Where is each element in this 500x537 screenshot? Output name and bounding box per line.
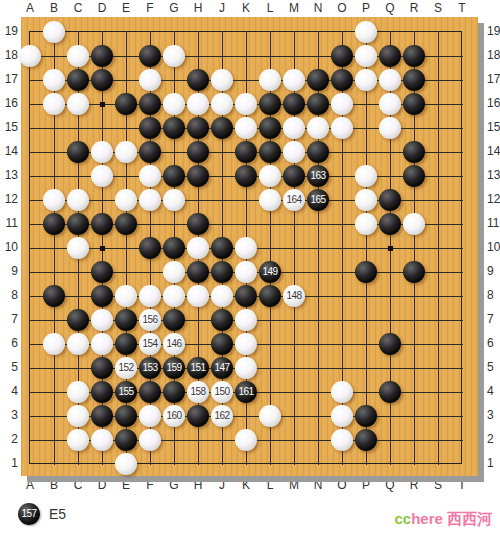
- stone-K8: [235, 285, 257, 307]
- coord-top-G: G: [162, 1, 186, 15]
- stone-F8: [139, 285, 161, 307]
- stone-F3: [139, 405, 161, 427]
- stone-H4: 158: [187, 381, 209, 403]
- star-point-D10: [100, 246, 105, 251]
- stone-E14: [115, 141, 137, 163]
- stone-M15: [283, 117, 305, 139]
- stone-M12: 164: [283, 189, 305, 211]
- watermark-here: here: [411, 510, 443, 527]
- stone-G12: [163, 189, 185, 211]
- stone-H5: 151: [187, 357, 209, 379]
- stone-K10: [235, 237, 257, 259]
- coord-top-J: J: [210, 1, 234, 15]
- watermark: cchere 西西河: [394, 510, 492, 529]
- stone-P17: [355, 69, 377, 91]
- stone-E2: [115, 429, 137, 451]
- stone-L12: [259, 189, 281, 211]
- stone-G5: 159: [163, 357, 185, 379]
- stone-P19: [355, 21, 377, 43]
- stone-G3: 160: [163, 405, 185, 427]
- coord-top-N: N: [306, 1, 330, 15]
- coord-right-7: 7: [487, 312, 500, 326]
- stone-C17: [67, 69, 89, 91]
- stone-O3: [331, 405, 353, 427]
- stone-K13: [235, 165, 257, 187]
- coord-top-H: H: [186, 1, 210, 15]
- stone-E6: [115, 333, 137, 355]
- stone-C14: [67, 141, 89, 163]
- coord-left-13: 13: [0, 168, 18, 182]
- coord-right-16: 16: [487, 96, 500, 110]
- stone-K9: [235, 261, 257, 283]
- stone-B16: [43, 93, 65, 115]
- coord-left-6: 6: [0, 336, 18, 350]
- stone-C12: [67, 189, 89, 211]
- stone-B12: [43, 189, 65, 211]
- stone-F6: 154: [139, 333, 161, 355]
- stone-H15: [187, 117, 209, 139]
- stone-C7: [67, 309, 89, 331]
- stone-K14: [235, 141, 257, 163]
- stone-F2: [139, 429, 161, 451]
- coord-top-A: A: [18, 1, 42, 15]
- stone-K6: [235, 333, 257, 355]
- stone-Q17: [379, 69, 401, 91]
- coord-right-12: 12: [487, 192, 500, 206]
- stone-P12: [355, 189, 377, 211]
- stone-C16: [67, 93, 89, 115]
- coord-right-19: 19: [487, 24, 500, 38]
- coord-left-3: 3: [0, 408, 18, 422]
- stone-P11: [355, 213, 377, 235]
- stone-J16: [211, 93, 233, 115]
- stone-O2: [331, 429, 353, 451]
- stone-L8: [259, 285, 281, 307]
- stone-L14: [259, 141, 281, 163]
- stone-F16: [139, 93, 161, 115]
- star-point-D16: [100, 102, 105, 107]
- stone-D3: [91, 405, 113, 427]
- star-point-Q10: [388, 246, 393, 251]
- coord-right-6: 6: [487, 336, 500, 350]
- stone-F10: [139, 237, 161, 259]
- coord-top-P: P: [354, 1, 378, 15]
- stone-F18: [139, 45, 161, 67]
- stone-N15: [307, 117, 329, 139]
- coord-bottom-C: C: [66, 478, 90, 492]
- stone-Q12: [379, 189, 401, 211]
- coord-top-C: C: [66, 1, 90, 15]
- coord-top-L: L: [258, 1, 282, 15]
- stone-H9: [187, 261, 209, 283]
- coord-bottom-K: K: [234, 478, 258, 492]
- coord-bottom-P: P: [354, 478, 378, 492]
- stone-O4: [331, 381, 353, 403]
- coord-left-2: 2: [0, 432, 18, 446]
- stone-D7: [91, 309, 113, 331]
- stone-G4: [163, 381, 185, 403]
- stone-B6: [43, 333, 65, 355]
- coord-right-3: 3: [487, 408, 500, 422]
- coord-top-E: E: [114, 1, 138, 15]
- coord-right-10: 10: [487, 240, 500, 254]
- stone-G7: [163, 309, 185, 331]
- go-diagram-page: ABCDEFGHJKLMNOPQRST ABCDEFGHJKLMNOPQRST …: [0, 0, 500, 537]
- stone-C18: [67, 45, 89, 67]
- coord-left-4: 4: [0, 384, 18, 398]
- stone-R17: [403, 69, 425, 91]
- coord-bottom-T: T: [450, 478, 474, 492]
- stone-C2: [67, 429, 89, 451]
- stone-N16: [307, 93, 329, 115]
- stone-G9: [163, 261, 185, 283]
- coord-right-11: 11: [487, 216, 500, 230]
- stone-N13: 163: [307, 165, 329, 187]
- stone-G10: [163, 237, 185, 259]
- stone-R9: [403, 261, 425, 283]
- stone-D8: [91, 285, 113, 307]
- stone-H8: [187, 285, 209, 307]
- coord-bottom-O: O: [330, 478, 354, 492]
- watermark-cc: cc: [394, 510, 411, 527]
- coord-right-4: 4: [487, 384, 500, 398]
- stone-B17: [43, 69, 65, 91]
- stone-K15: [235, 117, 257, 139]
- stone-O15: [331, 117, 353, 139]
- stone-A18: [19, 45, 41, 67]
- stone-L3: [259, 405, 281, 427]
- stone-E7: [115, 309, 137, 331]
- go-board[interactable]: 1631641651491481561541461521531591511471…: [21, 17, 478, 476]
- stone-D2: [91, 429, 113, 451]
- stone-E11: [115, 213, 137, 235]
- coord-bottom-J: J: [210, 478, 234, 492]
- stone-H16: [187, 93, 209, 115]
- stone-M13: [283, 165, 305, 187]
- stone-P13: [355, 165, 377, 187]
- stone-P2: [355, 429, 377, 451]
- stone-K16: [235, 93, 257, 115]
- coord-bottom-Q: Q: [378, 478, 402, 492]
- coord-right-8: 8: [487, 288, 500, 302]
- stone-J5: 147: [211, 357, 233, 379]
- stone-M16: [283, 93, 305, 115]
- stone-E16: [115, 93, 137, 115]
- stone-R16: [403, 93, 425, 115]
- stone-P18: [355, 45, 377, 67]
- coord-top-Q: Q: [378, 1, 402, 15]
- coord-top-F: F: [138, 1, 162, 15]
- coord-bottom-R: R: [402, 478, 426, 492]
- stone-H13: [187, 165, 209, 187]
- coord-right-18: 18: [487, 48, 500, 62]
- stone-J10: [211, 237, 233, 259]
- stone-B8: [43, 285, 65, 307]
- coord-left-10: 10: [0, 240, 18, 254]
- stone-D6: [91, 333, 113, 355]
- stone-G16: [163, 93, 185, 115]
- stone-R11: [403, 213, 425, 235]
- stone-F5: 153: [139, 357, 161, 379]
- stone-D17: [91, 69, 113, 91]
- coord-left-17: 17: [0, 72, 18, 86]
- stone-G8: [163, 285, 185, 307]
- stone-L17: [259, 69, 281, 91]
- stone-J6: [211, 333, 233, 355]
- stone-D13: [91, 165, 113, 187]
- stone-E5: 152: [115, 357, 137, 379]
- watermark-site: 西西河: [443, 510, 492, 527]
- stone-Q16: [379, 93, 401, 115]
- stone-E3: [115, 405, 137, 427]
- stone-M8: 148: [283, 285, 305, 307]
- stone-Q4: [379, 381, 401, 403]
- stone-G15: [163, 117, 185, 139]
- caption-point-label: E5: [49, 506, 66, 522]
- grid-line-v: [438, 32, 439, 465]
- coord-left-19: 19: [0, 24, 18, 38]
- caption: 157 E5: [18, 502, 66, 526]
- coord-top-R: R: [402, 1, 426, 15]
- stone-P9: [355, 261, 377, 283]
- stone-N12: 165: [307, 189, 329, 211]
- coord-right-13: 13: [487, 168, 500, 182]
- coord-right-14: 14: [487, 144, 500, 158]
- stone-F13: [139, 165, 161, 187]
- coord-left-8: 8: [0, 288, 18, 302]
- coord-top-T: T: [450, 1, 474, 15]
- coord-left-1: 1: [0, 456, 18, 470]
- coord-right-5: 5: [487, 360, 500, 374]
- stone-H3: [187, 405, 209, 427]
- stone-C11: [67, 213, 89, 235]
- stone-L16: [259, 93, 281, 115]
- coord-left-14: 14: [0, 144, 18, 158]
- coord-right-1: 1: [487, 456, 500, 470]
- stone-O16: [331, 93, 353, 115]
- stone-M14: [283, 141, 305, 163]
- coord-bottom-H: H: [186, 478, 210, 492]
- stone-Q6: [379, 333, 401, 355]
- coord-left-9: 9: [0, 264, 18, 278]
- coord-left-7: 7: [0, 312, 18, 326]
- stone-N17: [307, 69, 329, 91]
- coord-bottom-A: A: [18, 478, 42, 492]
- stone-F14: [139, 141, 161, 163]
- coord-left-16: 16: [0, 96, 18, 110]
- stone-L9: 149: [259, 261, 281, 283]
- coord-bottom-S: S: [426, 478, 450, 492]
- coord-top-O: O: [330, 1, 354, 15]
- coord-bottom-E: E: [114, 478, 138, 492]
- stone-F4: [139, 381, 161, 403]
- grid-line-v: [366, 32, 367, 465]
- stone-F12: [139, 189, 161, 211]
- stone-H17: [187, 69, 209, 91]
- stone-E1: [115, 453, 137, 475]
- coord-left-15: 15: [0, 120, 18, 134]
- stone-D11: [91, 213, 113, 235]
- coord-top-B: B: [42, 1, 66, 15]
- coord-bottom-B: B: [42, 478, 66, 492]
- coord-top-M: M: [282, 1, 306, 15]
- stone-D5: [91, 357, 113, 379]
- stone-O17: [331, 69, 353, 91]
- caption-move-stone: 157: [18, 503, 40, 525]
- coord-bottom-N: N: [306, 478, 330, 492]
- stone-N14: [307, 141, 329, 163]
- stone-B11: [43, 213, 65, 235]
- coord-right-15: 15: [487, 120, 500, 134]
- coord-left-18: 18: [0, 48, 18, 62]
- stone-J9: [211, 261, 233, 283]
- stone-K2: [235, 429, 257, 451]
- stone-D9: [91, 261, 113, 283]
- stone-O18: [331, 45, 353, 67]
- stone-C3: [67, 405, 89, 427]
- coord-right-17: 17: [487, 72, 500, 86]
- coord-right-9: 9: [487, 264, 500, 278]
- stone-H14: [187, 141, 209, 163]
- stone-C6: [67, 333, 89, 355]
- coord-bottom-G: G: [162, 478, 186, 492]
- stone-J8: [211, 285, 233, 307]
- coord-top-K: K: [234, 1, 258, 15]
- stone-D4: [91, 381, 113, 403]
- stone-Q11: [379, 213, 401, 235]
- stone-L13: [259, 165, 281, 187]
- stone-J15: [211, 117, 233, 139]
- stone-D18: [91, 45, 113, 67]
- stone-C10: [67, 237, 89, 259]
- coord-top-D: D: [90, 1, 114, 15]
- stone-H11: [187, 213, 209, 235]
- coord-bottom-L: L: [258, 478, 282, 492]
- stone-J4: 150: [211, 381, 233, 403]
- stone-G18: [163, 45, 185, 67]
- coord-bottom-F: F: [138, 478, 162, 492]
- stone-R13: [403, 165, 425, 187]
- stone-K4: 161: [235, 381, 257, 403]
- stone-L15: [259, 117, 281, 139]
- stone-J3: 162: [211, 405, 233, 427]
- stone-B19: [43, 21, 65, 43]
- coord-bottom-D: D: [90, 478, 114, 492]
- stone-K7: [235, 309, 257, 331]
- stone-F15: [139, 117, 161, 139]
- stone-F17: [139, 69, 161, 91]
- coord-right-2: 2: [487, 432, 500, 446]
- stone-F7: 156: [139, 309, 161, 331]
- stone-R18: [403, 45, 425, 67]
- stone-H10: [187, 237, 209, 259]
- stone-M17: [283, 69, 305, 91]
- stone-E8: [115, 285, 137, 307]
- stone-Q15: [379, 117, 401, 139]
- stone-P3: [355, 405, 377, 427]
- stone-G13: [163, 165, 185, 187]
- stone-E12: [115, 189, 137, 211]
- stone-K5: [235, 357, 257, 379]
- stone-E4: 155: [115, 381, 137, 403]
- stone-C4: [67, 381, 89, 403]
- stone-R14: [403, 141, 425, 163]
- stone-D14: [91, 141, 113, 163]
- stone-Q18: [379, 45, 401, 67]
- coord-left-11: 11: [0, 216, 18, 230]
- stone-J7: [211, 309, 233, 331]
- stone-J17: [211, 69, 233, 91]
- coord-bottom-M: M: [282, 478, 306, 492]
- coord-left-12: 12: [0, 192, 18, 206]
- coord-left-5: 5: [0, 360, 18, 374]
- coord-top-S: S: [426, 1, 450, 15]
- stone-G6: 146: [163, 333, 185, 355]
